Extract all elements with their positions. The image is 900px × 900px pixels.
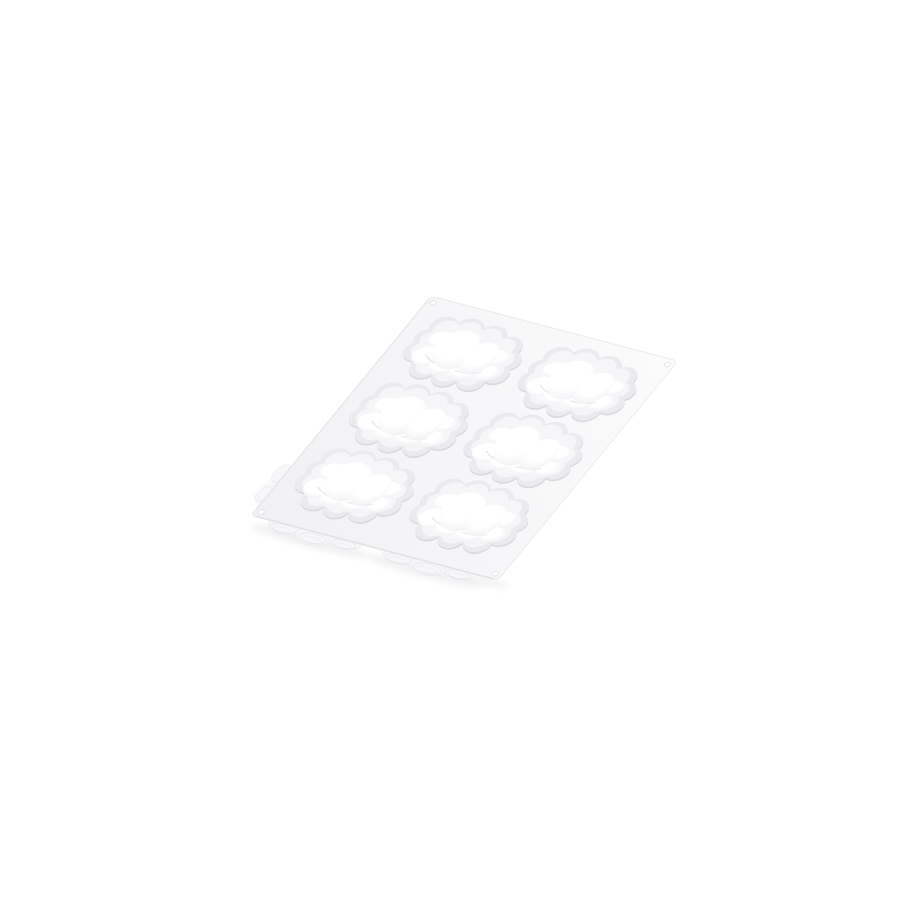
silicone-cloud-mold-illustration xyxy=(0,0,900,900)
product-photo-stage xyxy=(0,0,900,900)
mold-tray xyxy=(230,293,692,597)
